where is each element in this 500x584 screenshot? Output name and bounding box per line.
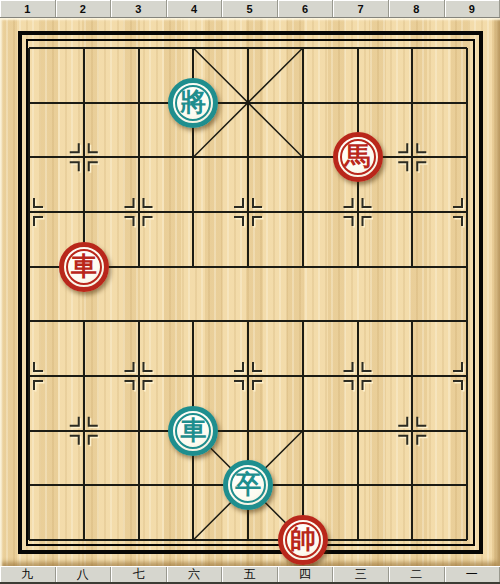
piece-black-chariot[interactable]: 車 bbox=[168, 406, 218, 456]
piece-ring: 卒 bbox=[230, 467, 266, 503]
file-label-9: 9 bbox=[445, 0, 500, 17]
piece-glyph: 車 bbox=[71, 253, 97, 279]
piece-red-horse[interactable]: 馬 bbox=[333, 132, 383, 182]
piece-ring: 帥 bbox=[285, 522, 321, 558]
file-label-8: 8 bbox=[389, 0, 445, 17]
piece-black-general[interactable]: 將 bbox=[168, 78, 218, 128]
piece-glyph: 帥 bbox=[290, 526, 316, 552]
xiangqi-app: 1 2 3 4 5 6 7 8 9 將馬車車卒帥 九 八 七 六 五 四 三 二… bbox=[0, 0, 500, 584]
piece-glyph: 卒 bbox=[235, 471, 261, 497]
file-label-cn-9: 九 bbox=[0, 567, 56, 582]
file-label-cn-4: 四 bbox=[278, 567, 334, 582]
file-label-3: 3 bbox=[111, 0, 167, 17]
file-label-7: 7 bbox=[333, 0, 389, 17]
piece-ring: 馬 bbox=[340, 139, 376, 175]
top-coordinate-bar: 1 2 3 4 5 6 7 8 9 bbox=[0, 0, 500, 18]
piece-glyph: 將 bbox=[180, 89, 206, 115]
piece-glyph: 車 bbox=[180, 417, 206, 443]
piece-red-general[interactable]: 帥 bbox=[278, 515, 328, 565]
piece-ring: 將 bbox=[175, 85, 211, 121]
file-label-cn-1: 一 bbox=[445, 567, 500, 582]
piece-ring: 車 bbox=[66, 249, 102, 285]
file-label-cn-3: 三 bbox=[333, 567, 389, 582]
file-label-5: 5 bbox=[222, 0, 278, 17]
xiangqi-board[interactable]: 將馬車車卒帥 bbox=[0, 18, 500, 566]
file-label-cn-5: 五 bbox=[222, 567, 278, 582]
bottom-coordinate-bar: 九 八 七 六 五 四 三 二 一 bbox=[0, 566, 500, 584]
file-label-1: 1 bbox=[0, 0, 56, 17]
file-label-2: 2 bbox=[56, 0, 112, 17]
file-label-cn-6: 六 bbox=[167, 567, 223, 582]
file-label-4: 4 bbox=[167, 0, 223, 17]
piece-glyph: 馬 bbox=[345, 143, 371, 169]
file-label-cn-2: 二 bbox=[389, 567, 445, 582]
file-label-cn-7: 七 bbox=[111, 567, 167, 582]
file-label-6: 6 bbox=[278, 0, 334, 17]
piece-red-chariot[interactable]: 車 bbox=[59, 242, 109, 292]
piece-ring: 車 bbox=[175, 413, 211, 449]
file-label-cn-8: 八 bbox=[56, 567, 112, 582]
